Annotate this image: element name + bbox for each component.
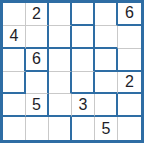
puzzle-board: 26462535 bbox=[0, 0, 144, 143]
cell-r4c3[interactable] bbox=[49, 72, 72, 95]
cell-r2c4[interactable] bbox=[72, 26, 95, 49]
cell-r2c6[interactable] bbox=[118, 26, 141, 49]
puzzle-screenshot: 26462535 bbox=[0, 0, 144, 143]
cell-r5c4[interactable]: 3 bbox=[72, 94, 95, 117]
cell-r3c6[interactable] bbox=[118, 49, 141, 72]
cell-r2c5[interactable] bbox=[95, 26, 118, 49]
cell-r4c6[interactable]: 2 bbox=[118, 72, 141, 95]
cell-r2c2[interactable] bbox=[26, 26, 49, 49]
cell-r3c4[interactable] bbox=[72, 49, 95, 72]
cell-r6c1[interactable] bbox=[3, 117, 26, 140]
cell-r4c1[interactable] bbox=[3, 72, 26, 95]
cell-r5c1[interactable] bbox=[3, 94, 26, 117]
cell-r5c6[interactable] bbox=[118, 94, 141, 117]
cell-r3c2[interactable]: 6 bbox=[26, 49, 49, 72]
cell-r6c6[interactable] bbox=[118, 117, 141, 140]
cell-r6c2[interactable] bbox=[26, 117, 49, 140]
cell-r1c2[interactable]: 2 bbox=[26, 3, 49, 26]
cell-r4c5[interactable] bbox=[95, 72, 118, 95]
cell-r5c2[interactable]: 5 bbox=[26, 94, 49, 117]
cell-r5c3[interactable] bbox=[49, 94, 72, 117]
cell-r4c2[interactable] bbox=[26, 72, 49, 95]
cell-r2c1[interactable]: 4 bbox=[3, 26, 26, 49]
cell-r3c3[interactable] bbox=[49, 49, 72, 72]
cell-r6c4[interactable] bbox=[72, 117, 95, 140]
cell-r1c6[interactable]: 6 bbox=[118, 3, 141, 26]
cell-r1c3[interactable] bbox=[49, 3, 72, 26]
cell-r4c4[interactable] bbox=[72, 72, 95, 95]
cell-r2c3[interactable] bbox=[49, 26, 72, 49]
cell-r1c1[interactable] bbox=[3, 3, 26, 26]
cell-r6c3[interactable] bbox=[49, 117, 72, 140]
cell-r6c5[interactable]: 5 bbox=[95, 117, 118, 140]
cell-r3c1[interactable] bbox=[3, 49, 26, 72]
cell-r5c5[interactable] bbox=[95, 94, 118, 117]
cell-r1c4[interactable] bbox=[72, 3, 95, 26]
cell-r3c5[interactable] bbox=[95, 49, 118, 72]
cell-r1c5[interactable] bbox=[95, 3, 118, 26]
